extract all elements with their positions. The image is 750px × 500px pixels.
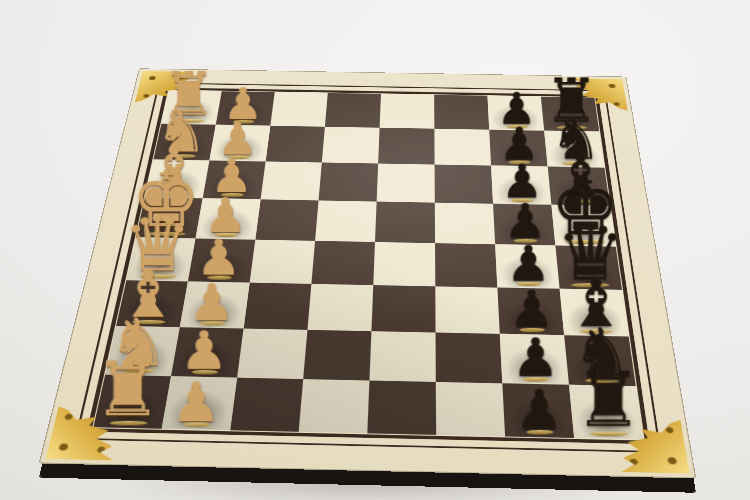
square-a8: ♜ [569, 385, 643, 440]
brass-corner-icon-top-left [133, 71, 207, 112]
square-f1: ♝ [145, 159, 210, 198]
square-e6 [435, 203, 495, 245]
square-a7: ♟ [502, 383, 574, 438]
square-c5 [371, 285, 435, 332]
black-pawn-icon: ♟ [512, 333, 560, 382]
piece-black-pawn-c7: ♟ [509, 285, 555, 332]
black-pawn-icon: ♟ [499, 123, 539, 165]
square-a6 [436, 382, 505, 437]
piece-black-pawn-h7: ♟ [497, 88, 536, 128]
square-d4 [311, 241, 375, 285]
piece-white-pawn-h2: ♟ [224, 83, 263, 123]
board-squares: ♜♟♟♜♞♟♟♞♝♟♟♝♚♟♟♚♛♟♟♛♝♟♟♝♞♟♟♞♜♟♟♜ [93, 90, 643, 439]
square-g5 [378, 128, 434, 165]
piece-contact-shadow [149, 169, 205, 197]
square-a2: ♟ [162, 376, 237, 430]
square-g2: ♟ [209, 125, 270, 162]
square-h7: ♟ [487, 96, 544, 131]
piece-white-pawn-a2: ♟ [172, 376, 221, 426]
square-f3 [261, 161, 322, 200]
square-b5 [369, 331, 435, 382]
square-f6 [435, 165, 493, 204]
square-h1: ♜ [161, 90, 221, 125]
square-g6 [434, 129, 491, 166]
white-bishop-icon: ♝ [147, 141, 201, 196]
white-pawn-icon: ♟ [181, 326, 228, 375]
square-f5 [377, 164, 435, 203]
square-h6 [434, 95, 489, 130]
piece-black-knight-g8: ♞ [551, 113, 602, 165]
square-g3 [266, 126, 325, 163]
white-rook-icon: ♜ [162, 67, 216, 122]
black-knight-icon: ♞ [551, 113, 602, 165]
square-g7: ♟ [489, 130, 547, 167]
square-h4 [325, 93, 381, 128]
square-a4 [299, 379, 370, 433]
piece-black-rook-h8: ♜ [544, 74, 598, 129]
piece-black-pawn-a7: ♟ [515, 384, 564, 435]
square-h8: ♜ [541, 97, 599, 132]
piece-white-bishop-f1: ♝ [147, 141, 201, 196]
piece-contact-shadow [491, 104, 541, 129]
square-e5 [375, 202, 435, 244]
square-f4 [319, 162, 379, 201]
piece-white-pawn-g2: ♟ [218, 118, 258, 159]
piece-contact-shadow [219, 100, 270, 125]
piece-white-rook-h1: ♜ [162, 67, 216, 122]
square-b3 [237, 329, 307, 380]
piece-white-knight-g1: ♞ [157, 106, 207, 158]
piece-black-rook-a8: ♜ [575, 366, 643, 436]
black-pawn-icon: ♟ [509, 285, 555, 332]
black-pawn-icon: ♟ [497, 88, 536, 128]
square-e3 [255, 199, 318, 240]
square-c3 [244, 283, 312, 330]
square-g1: ♞ [153, 124, 215, 161]
piece-black-pawn-g7: ♟ [499, 123, 539, 165]
piece-black-pawn-b7: ♟ [512, 333, 560, 382]
white-pawn-icon: ♟ [218, 118, 258, 159]
square-a3 [230, 378, 303, 432]
square-h2: ♟ [216, 91, 275, 126]
piece-contact-shadow [206, 170, 261, 198]
photo-canvas: ♜♟♟♜♞♟♟♞♝♟♟♝♚♟♟♚♛♟♟♛♝♟♟♝♞♟♟♞♜♟♟♜ [0, 0, 750, 500]
brass-corner-icon-top-right [557, 78, 629, 120]
white-rook-icon: ♜ [94, 356, 161, 425]
black-rook-icon: ♜ [575, 366, 643, 436]
square-c6 [435, 286, 500, 333]
square-b4 [303, 330, 371, 381]
white-pawn-icon: ♟ [224, 83, 263, 123]
white-pawn-icon: ♟ [211, 154, 253, 197]
square-d6 [435, 243, 497, 287]
scene-3d: ♜♟♟♜♞♟♟♞♝♟♟♝♚♟♟♚♛♟♟♛♝♟♟♝♞♟♟♞♜♟♟♜ [0, 0, 750, 500]
square-e4 [315, 200, 377, 242]
chess-board: ♜♟♟♜♞♟♟♞♝♟♟♝♚♟♟♚♛♟♟♛♝♟♟♝♞♟♟♞♜♟♟♜ [39, 68, 697, 478]
piece-contact-shadow [493, 139, 544, 166]
piece-white-pawn-f2: ♟ [211, 154, 253, 197]
square-c4 [307, 284, 373, 331]
square-f2: ♟ [203, 160, 266, 199]
piece-contact-shadow [165, 99, 217, 124]
square-d5 [373, 242, 435, 286]
square-g4 [322, 127, 380, 164]
white-knight-icon: ♞ [157, 106, 207, 158]
square-d3 [250, 240, 315, 284]
square-h3 [270, 92, 328, 127]
black-pawn-icon: ♟ [515, 384, 564, 435]
piece-contact-shadow [213, 134, 266, 161]
square-a1: ♜ [93, 375, 171, 429]
piece-contact-shadow [545, 105, 596, 130]
square-b6 [436, 333, 503, 384]
piece-white-rook-a1: ♜ [94, 356, 161, 425]
piece-contact-shadow [157, 133, 211, 160]
piece-white-pawn-b2: ♟ [181, 326, 228, 375]
black-rook-icon: ♜ [544, 74, 598, 129]
square-h5 [380, 94, 435, 129]
white-pawn-icon: ♟ [172, 376, 221, 426]
square-a5 [367, 381, 436, 435]
